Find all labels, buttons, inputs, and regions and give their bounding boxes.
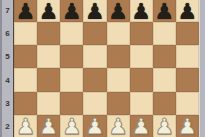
square-h6[interactable] [176,22,199,45]
black-pawn[interactable]: ♟ [16,1,36,23]
square-g6[interactable] [153,22,176,45]
rank-label-4: 4 [2,69,13,92]
square-g7[interactable]: ♟ [153,0,176,22]
square-e3[interactable] [107,92,130,115]
square-d7[interactable]: ♟ [83,0,106,22]
rank-label-7: 7 [2,0,13,22]
black-pawn[interactable]: ♟ [108,1,128,23]
square-a5[interactable] [14,45,37,68]
square-e2[interactable]: ♟ [107,115,130,137]
square-d5[interactable] [83,45,106,68]
window-edge [199,0,205,137]
rank-label-6: 6 [2,22,13,45]
square-e6[interactable] [107,22,130,45]
square-b7[interactable]: ♟ [37,0,60,22]
square-b4[interactable] [37,68,60,91]
white-pawn[interactable]: ♟ [108,116,128,137]
square-d2[interactable]: ♟ [83,115,106,137]
square-e7[interactable]: ♟ [107,0,130,22]
square-c4[interactable] [60,68,83,91]
square-h2[interactable]: ♟ [176,115,199,137]
square-b2[interactable]: ♟ [37,115,60,137]
square-g4[interactable] [153,68,176,91]
square-e4[interactable] [107,68,130,91]
square-c6[interactable] [60,22,83,45]
square-a7[interactable]: ♟ [14,0,37,22]
square-c3[interactable] [60,92,83,115]
white-pawn[interactable]: ♟ [178,116,198,137]
chess-board-panel: 765432 ♟♟♟♟♟♟♟♟♟♟♟♟♟♟♟♟ [0,0,205,137]
square-a4[interactable] [14,68,37,91]
square-h7[interactable]: ♟ [176,0,199,22]
rank-label-3: 3 [2,92,13,115]
rank-coordinate-strip: 765432 [0,0,13,137]
square-g3[interactable] [153,92,176,115]
white-pawn[interactable]: ♟ [85,116,105,137]
white-pawn[interactable]: ♟ [154,116,174,137]
black-pawn[interactable]: ♟ [178,1,198,23]
white-pawn[interactable]: ♟ [131,116,151,137]
square-h4[interactable] [176,68,199,91]
square-f4[interactable] [130,68,153,91]
square-f7[interactable]: ♟ [130,0,153,22]
square-a2[interactable]: ♟ [14,115,37,137]
square-f2[interactable]: ♟ [130,115,153,137]
square-f5[interactable] [130,45,153,68]
square-b5[interactable] [37,45,60,68]
white-pawn[interactable]: ♟ [39,116,59,137]
rank-label-5: 5 [2,45,13,68]
square-h3[interactable] [176,92,199,115]
black-pawn[interactable]: ♟ [131,1,151,23]
rank-label-2: 2 [2,115,13,137]
square-f3[interactable] [130,92,153,115]
white-pawn[interactable]: ♟ [62,116,82,137]
square-g5[interactable] [153,45,176,68]
black-pawn[interactable]: ♟ [39,1,59,23]
white-pawn[interactable]: ♟ [16,116,36,137]
square-d3[interactable] [83,92,106,115]
square-d6[interactable] [83,22,106,45]
chess-board[interactable]: ♟♟♟♟♟♟♟♟♟♟♟♟♟♟♟♟ [13,0,199,137]
square-b3[interactable] [37,92,60,115]
black-pawn[interactable]: ♟ [85,1,105,23]
square-f6[interactable] [130,22,153,45]
square-c5[interactable] [60,45,83,68]
black-pawn[interactable]: ♟ [62,1,82,23]
square-d4[interactable] [83,68,106,91]
square-h5[interactable] [176,45,199,68]
square-b6[interactable] [37,22,60,45]
square-c2[interactable]: ♟ [60,115,83,137]
square-g2[interactable]: ♟ [153,115,176,137]
square-e5[interactable] [107,45,130,68]
black-pawn[interactable]: ♟ [154,1,174,23]
square-c7[interactable]: ♟ [60,0,83,22]
square-a6[interactable] [14,22,37,45]
square-a3[interactable] [14,92,37,115]
